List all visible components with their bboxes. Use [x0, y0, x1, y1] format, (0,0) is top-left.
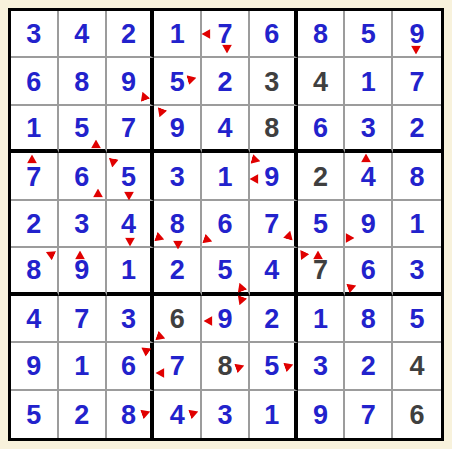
- cell-digit: 6: [410, 402, 425, 429]
- sudoku-cell-r9c3[interactable]: 8: [107, 391, 155, 438]
- cell-digit: 7: [313, 257, 328, 284]
- sudoku-cell-r4c3[interactable]: 5: [107, 153, 155, 200]
- cell-digit: 5: [313, 211, 328, 238]
- cell-digit: 5: [74, 115, 89, 142]
- cell-digit: 3: [264, 69, 279, 96]
- sudoku-cell-r4c8[interactable]: 4: [345, 153, 393, 200]
- sudoku-cell-r3c6[interactable]: 8: [250, 106, 298, 153]
- cell-digit: 4: [313, 69, 328, 96]
- sudoku-cell-r5c9[interactable]: 1: [393, 201, 441, 248]
- cell-digit: 9: [264, 164, 279, 191]
- cell-digit: 4: [170, 402, 185, 429]
- sudoku-cell-r4c4[interactable]: 3: [154, 153, 202, 200]
- cell-digit: 3: [313, 353, 328, 380]
- sudoku-cell-r7c7[interactable]: 1: [298, 296, 346, 343]
- sudoku-cell-r3c5[interactable]: 4: [202, 106, 250, 153]
- cell-digit: 8: [361, 306, 376, 333]
- cell-digit: 8: [264, 115, 279, 142]
- sudoku-cell-r3c4[interactable]: 9: [154, 106, 202, 153]
- cell-digit: 6: [170, 306, 185, 333]
- cell-digit: 7: [264, 211, 279, 238]
- cell-digit: 8: [74, 69, 89, 96]
- sudoku-cell-r5c1[interactable]: 2: [11, 201, 59, 248]
- sudoku-cell-r6c3[interactable]: 1: [107, 248, 155, 295]
- sudoku-cell-r3c3[interactable]: 7: [107, 106, 155, 153]
- sudoku-cell-r8c7[interactable]: 3: [298, 343, 346, 390]
- cell-digit: 9: [410, 21, 425, 48]
- sudoku-cell-r7c2[interactable]: 7: [59, 296, 107, 343]
- sudoku-cell-r8c8[interactable]: 2: [345, 343, 393, 390]
- cell-digit: 9: [170, 115, 185, 142]
- cell-digit: 7: [74, 306, 89, 333]
- cell-digit: 1: [313, 306, 328, 333]
- cell-digit: 3: [410, 257, 425, 284]
- cell-digit: 9: [121, 69, 136, 96]
- sudoku-cell-r4c1[interactable]: 7: [11, 153, 59, 200]
- sudoku-cell-r4c7[interactable]: 2: [298, 153, 346, 200]
- sudoku-cell-r5c8[interactable]: 9: [345, 201, 393, 248]
- sudoku-cell-r5c7[interactable]: 5: [298, 201, 346, 248]
- sudoku-cell-r1c9[interactable]: 9: [393, 11, 441, 58]
- cell-digit: 6: [313, 115, 328, 142]
- sudoku-cell-r1c3[interactable]: 2: [107, 11, 155, 58]
- sudoku-cell-r2c4[interactable]: 5: [154, 58, 202, 105]
- cell-digit: 5: [170, 69, 185, 96]
- sudoku-cell-r3c1[interactable]: 1: [11, 106, 59, 153]
- cell-digit: 4: [217, 115, 232, 142]
- sudoku-cell-r5c5[interactable]: 6: [202, 201, 250, 248]
- sudoku-cell-r1c5[interactable]: 7: [202, 11, 250, 58]
- cell-digit: 6: [361, 257, 376, 284]
- cell-digit: 8: [217, 353, 232, 380]
- cell-digit: 2: [217, 69, 232, 96]
- sudoku-cell-r4c5[interactable]: 1: [202, 153, 250, 200]
- cell-digit: 6: [264, 21, 279, 48]
- sudoku-cell-r2c8[interactable]: 1: [345, 58, 393, 105]
- sudoku-cell-r1c2[interactable]: 4: [59, 11, 107, 58]
- sudoku-cell-r2c1[interactable]: 6: [11, 58, 59, 105]
- cell-digit: 7: [26, 164, 41, 191]
- sudoku-cell-r7c8[interactable]: 8: [345, 296, 393, 343]
- cell-digit: 3: [170, 164, 185, 191]
- cell-digit: 3: [74, 211, 89, 238]
- cell-digit: 2: [121, 21, 136, 48]
- sudoku-cell-r2c6[interactable]: 3: [250, 58, 298, 105]
- cell-digit: 4: [410, 353, 425, 380]
- sudoku-cell-r9c5[interactable]: 3: [202, 391, 250, 438]
- cell-digit: 5: [410, 306, 425, 333]
- cell-digit: 4: [26, 306, 41, 333]
- cell-digit: 3: [361, 115, 376, 142]
- sudoku-cell-r1c7[interactable]: 8: [298, 11, 346, 58]
- sudoku-cell-r9c8[interactable]: 7: [345, 391, 393, 438]
- cell-digit: 9: [313, 402, 328, 429]
- sudoku-cell-r8c4[interactable]: 7: [154, 343, 202, 390]
- sudoku-cell-r8c3[interactable]: 6: [107, 343, 155, 390]
- sudoku-board[interactable]: 3421768596895234171579486327653192482348…: [8, 8, 444, 441]
- cell-digit: 6: [121, 353, 136, 380]
- cell-digit: 1: [170, 21, 185, 48]
- cell-digit: 7: [121, 115, 136, 142]
- sudoku-cell-r8c5[interactable]: 8: [202, 343, 250, 390]
- sudoku-cell-r5c4[interactable]: 8: [154, 201, 202, 248]
- cell-digit: 2: [313, 164, 328, 191]
- sudoku-cell-r9c1[interactable]: 5: [11, 391, 59, 438]
- sudoku-cell-r5c2[interactable]: 3: [59, 201, 107, 248]
- sudoku-cell-r9c9[interactable]: 6: [393, 391, 441, 438]
- sudoku-cell-r2c7[interactable]: 4: [298, 58, 346, 105]
- cell-digit: 2: [264, 306, 279, 333]
- cell-digit: 8: [410, 164, 425, 191]
- sudoku-cell-r3c7[interactable]: 6: [298, 106, 346, 153]
- sudoku-cell-r1c1[interactable]: 3: [11, 11, 59, 58]
- cell-digit: 6: [217, 211, 232, 238]
- sudoku-cell-r7c3[interactable]: 3: [107, 296, 155, 343]
- cell-digit: 3: [217, 402, 232, 429]
- cell-digit: 5: [264, 353, 279, 380]
- sudoku-cell-r8c6[interactable]: 5: [250, 343, 298, 390]
- cell-digit: 8: [170, 211, 185, 238]
- cell-digit: 6: [74, 164, 89, 191]
- cell-digit: 1: [410, 211, 425, 238]
- sudoku-cell-r3c2[interactable]: 5: [59, 106, 107, 153]
- sudoku-cell-r4c2[interactable]: 6: [59, 153, 107, 200]
- cell-digit: 7: [217, 21, 232, 48]
- cell-digit: 3: [26, 21, 41, 48]
- sudoku-cell-r6c7[interactable]: 7: [298, 248, 346, 295]
- sudoku-cell-r4c6[interactable]: 9: [250, 153, 298, 200]
- sudoku-cell-r7c4[interactable]: 6: [154, 296, 202, 343]
- cell-digit: 8: [26, 257, 41, 284]
- cell-digit: 8: [121, 402, 136, 429]
- sudoku-cell-r9c4[interactable]: 4: [154, 391, 202, 438]
- cell-digit: 1: [74, 353, 89, 380]
- cell-digit: 2: [170, 257, 185, 284]
- cell-digit: 8: [313, 21, 328, 48]
- sudoku-cell-r7c6[interactable]: 2: [250, 296, 298, 343]
- sudoku-cell-r7c1[interactable]: 4: [11, 296, 59, 343]
- sudoku-cell-r2c5[interactable]: 2: [202, 58, 250, 105]
- sudoku-cell-r1c6[interactable]: 6: [250, 11, 298, 58]
- sudoku-cell-r3c9[interactable]: 2: [393, 106, 441, 153]
- sudoku-cell-r6c8[interactable]: 6: [345, 248, 393, 295]
- cell-digit: 2: [361, 353, 376, 380]
- sudoku-cell-r7c5[interactable]: 9: [202, 296, 250, 343]
- sudoku-cell-r1c4[interactable]: 1: [154, 11, 202, 58]
- sudoku-cell-r5c3[interactable]: 4: [107, 201, 155, 248]
- cell-digit: 1: [26, 115, 41, 142]
- cell-digit: 5: [121, 164, 136, 191]
- sudoku-cell-r6c5[interactable]: 5: [202, 248, 250, 295]
- sudoku-cell-r9c6[interactable]: 1: [250, 391, 298, 438]
- sudoku-cell-r6c4[interactable]: 2: [154, 248, 202, 295]
- sudoku-cell-r7c9[interactable]: 5: [393, 296, 441, 343]
- sudoku-cell-r8c1[interactable]: 9: [11, 343, 59, 390]
- sudoku-cell-r9c7[interactable]: 9: [298, 391, 346, 438]
- sudoku-cell-r9c2[interactable]: 2: [59, 391, 107, 438]
- cell-digit: 9: [217, 306, 232, 333]
- cell-digit: 7: [361, 402, 376, 429]
- cell-digit: 7: [410, 69, 425, 96]
- cell-digit: 2: [410, 115, 425, 142]
- sudoku-cell-r6c2[interactable]: 9: [59, 248, 107, 295]
- cell-digit: 6: [26, 69, 41, 96]
- cell-digit: 9: [361, 211, 376, 238]
- sudoku-cell-r2c2[interactable]: 8: [59, 58, 107, 105]
- sudoku-cell-r4c9[interactable]: 8: [393, 153, 441, 200]
- cell-digit: 4: [121, 211, 136, 238]
- sudoku-cell-r1c8[interactable]: 5: [345, 11, 393, 58]
- cell-digit: 1: [264, 402, 279, 429]
- cell-digit: 2: [74, 402, 89, 429]
- cell-digit: 1: [217, 164, 232, 191]
- sudoku-cell-r3c8[interactable]: 3: [345, 106, 393, 153]
- cell-digit: 1: [361, 69, 376, 96]
- cell-digit: 4: [361, 164, 376, 191]
- cell-digit: 7: [170, 353, 185, 380]
- cell-digit: 2: [26, 211, 41, 238]
- cell-digit: 5: [361, 21, 376, 48]
- sudoku-cell-r8c9[interactable]: 4: [393, 343, 441, 390]
- cell-digit: 5: [26, 402, 41, 429]
- sudoku-cell-r2c9[interactable]: 7: [393, 58, 441, 105]
- cell-digit: 9: [74, 257, 89, 284]
- sudoku-cell-r6c1[interactable]: 8: [11, 248, 59, 295]
- cell-digit: 4: [264, 257, 279, 284]
- sudoku-cell-r6c9[interactable]: 3: [393, 248, 441, 295]
- sudoku-cell-r8c2[interactable]: 1: [59, 343, 107, 390]
- sudoku-cell-r2c3[interactable]: 9: [107, 58, 155, 105]
- cell-digit: 9: [26, 353, 41, 380]
- sudoku-cell-r6c6[interactable]: 4: [250, 248, 298, 295]
- cell-digit: 1: [121, 257, 136, 284]
- cell-digit: 5: [217, 257, 232, 284]
- cell-digit: 3: [121, 306, 136, 333]
- sudoku-cell-r5c6[interactable]: 7: [250, 201, 298, 248]
- cell-digit: 4: [74, 21, 89, 48]
